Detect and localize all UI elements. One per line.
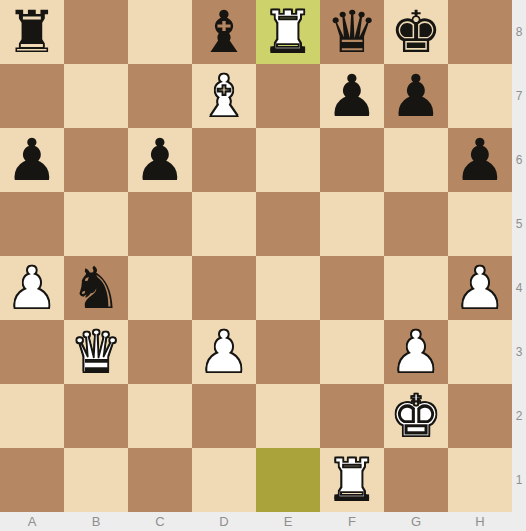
square-h6[interactable]: ♟: [448, 128, 512, 192]
square-h7[interactable]: [448, 64, 512, 128]
square-e1[interactable]: [256, 448, 320, 512]
rank-label-7: 7: [512, 64, 526, 128]
square-f3[interactable]: [320, 320, 384, 384]
file-label-h: H: [448, 512, 512, 531]
square-f7[interactable]: ♟: [320, 64, 384, 128]
black-pawn[interactable]: ♟: [320, 64, 384, 128]
file-label-e: E: [256, 512, 320, 531]
square-c8[interactable]: [128, 0, 192, 64]
rank-labels: 87654321: [512, 0, 526, 512]
square-h3[interactable]: [448, 320, 512, 384]
black-queen[interactable]: ♛: [320, 0, 384, 64]
square-c3[interactable]: [128, 320, 192, 384]
square-f8[interactable]: ♛: [320, 0, 384, 64]
square-h1[interactable]: [448, 448, 512, 512]
black-bishop[interactable]: ♝: [192, 0, 256, 64]
square-g2[interactable]: ♚: [384, 384, 448, 448]
square-d1[interactable]: [192, 448, 256, 512]
square-f5[interactable]: [320, 192, 384, 256]
square-d6[interactable]: [192, 128, 256, 192]
white-pawn[interactable]: ♟: [192, 320, 256, 384]
square-a7[interactable]: [0, 64, 64, 128]
square-c6[interactable]: ♟: [128, 128, 192, 192]
square-g3[interactable]: ♟: [384, 320, 448, 384]
square-b4[interactable]: ♞: [64, 256, 128, 320]
square-b6[interactable]: [64, 128, 128, 192]
white-pawn[interactable]: ♟: [448, 256, 512, 320]
white-rook[interactable]: ♜: [320, 448, 384, 512]
square-b5[interactable]: [64, 192, 128, 256]
white-king[interactable]: ♚: [384, 384, 448, 448]
square-a4[interactable]: ♟: [0, 256, 64, 320]
square-a5[interactable]: [0, 192, 64, 256]
square-g8[interactable]: ♚: [384, 0, 448, 64]
square-e3[interactable]: [256, 320, 320, 384]
file-label-g: G: [384, 512, 448, 531]
file-labels: ABCDEFGH: [0, 512, 526, 531]
square-a3[interactable]: [0, 320, 64, 384]
white-pawn[interactable]: ♟: [384, 320, 448, 384]
rank-label-5: 5: [512, 192, 526, 256]
rank-label-3: 3: [512, 320, 526, 384]
square-e4[interactable]: [256, 256, 320, 320]
square-f6[interactable]: [320, 128, 384, 192]
square-a2[interactable]: [0, 384, 64, 448]
black-pawn[interactable]: ♟: [448, 128, 512, 192]
square-e6[interactable]: [256, 128, 320, 192]
rank-label-4: 4: [512, 256, 526, 320]
square-d5[interactable]: [192, 192, 256, 256]
square-c1[interactable]: [128, 448, 192, 512]
file-label-c: C: [128, 512, 192, 531]
white-rook[interactable]: ♜: [256, 0, 320, 64]
square-c5[interactable]: [128, 192, 192, 256]
square-f1[interactable]: ♜: [320, 448, 384, 512]
square-d7[interactable]: ♝: [192, 64, 256, 128]
square-d3[interactable]: ♟: [192, 320, 256, 384]
square-g7[interactable]: ♟: [384, 64, 448, 128]
file-label-b: B: [64, 512, 128, 531]
square-b2[interactable]: [64, 384, 128, 448]
square-h5[interactable]: [448, 192, 512, 256]
white-pawn[interactable]: ♟: [0, 256, 64, 320]
square-g4[interactable]: [384, 256, 448, 320]
square-d8[interactable]: ♝: [192, 0, 256, 64]
rank-label-1: 1: [512, 448, 526, 512]
square-a8[interactable]: ♜: [0, 0, 64, 64]
square-b1[interactable]: [64, 448, 128, 512]
square-h4[interactable]: ♟: [448, 256, 512, 320]
square-c2[interactable]: [128, 384, 192, 448]
square-d2[interactable]: [192, 384, 256, 448]
square-c7[interactable]: [128, 64, 192, 128]
square-b8[interactable]: [64, 0, 128, 64]
rank-label-2: 2: [512, 384, 526, 448]
square-g6[interactable]: [384, 128, 448, 192]
file-label-a: A: [0, 512, 64, 531]
square-h8[interactable]: [448, 0, 512, 64]
file-label-f: F: [320, 512, 384, 531]
board-grid: ♜♝♜♛♚♝♟♟♟♟♟♟♞♟♛♟♟♚♜: [0, 0, 512, 512]
white-bishop[interactable]: ♝: [192, 64, 256, 128]
square-g1[interactable]: [384, 448, 448, 512]
black-rook[interactable]: ♜: [0, 0, 64, 64]
square-e2[interactable]: [256, 384, 320, 448]
square-a6[interactable]: ♟: [0, 128, 64, 192]
square-g5[interactable]: [384, 192, 448, 256]
square-f4[interactable]: [320, 256, 384, 320]
square-b3[interactable]: ♛: [64, 320, 128, 384]
black-pawn[interactable]: ♟: [384, 64, 448, 128]
square-h2[interactable]: [448, 384, 512, 448]
white-queen[interactable]: ♛: [64, 320, 128, 384]
square-d4[interactable]: [192, 256, 256, 320]
square-e5[interactable]: [256, 192, 320, 256]
black-pawn[interactable]: ♟: [128, 128, 192, 192]
square-e8[interactable]: ♜: [256, 0, 320, 64]
square-c4[interactable]: [128, 256, 192, 320]
rank-label-6: 6: [512, 128, 526, 192]
file-label-d: D: [192, 512, 256, 531]
black-king[interactable]: ♚: [384, 0, 448, 64]
square-b7[interactable]: [64, 64, 128, 128]
square-e7[interactable]: [256, 64, 320, 128]
square-a1[interactable]: [0, 448, 64, 512]
black-pawn[interactable]: ♟: [0, 128, 64, 192]
square-f2[interactable]: [320, 384, 384, 448]
black-knight[interactable]: ♞: [64, 256, 128, 320]
chess-board-panel: ♜♝♜♛♚♝♟♟♟♟♟♟♞♟♛♟♟♚♜ 87654321 ABCDEFGH: [0, 0, 526, 531]
rank-label-8: 8: [512, 0, 526, 64]
